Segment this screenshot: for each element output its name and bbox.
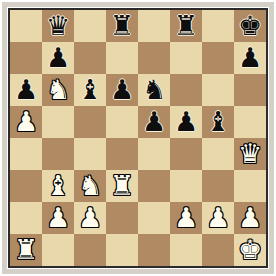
- black-bishop-g5[interactable]: ♝: [202, 106, 234, 138]
- square-e1[interactable]: [138, 234, 170, 266]
- square-c7[interactable]: [74, 42, 106, 74]
- square-b4[interactable]: [42, 138, 74, 170]
- black-rook-d8[interactable]: ♜: [106, 10, 138, 42]
- square-a7[interactable]: [10, 42, 42, 74]
- square-b2[interactable]: ♟: [42, 202, 74, 234]
- white-queen-h4[interactable]: ♛: [234, 138, 266, 170]
- white-pawn-g2[interactable]: ♟: [202, 202, 234, 234]
- square-f5[interactable]: ♟: [170, 106, 202, 138]
- square-a8[interactable]: [10, 10, 42, 42]
- square-d2[interactable]: [106, 202, 138, 234]
- square-g7[interactable]: [202, 42, 234, 74]
- square-g6[interactable]: [202, 74, 234, 106]
- square-f2[interactable]: ♟: [170, 202, 202, 234]
- square-c3[interactable]: ♞: [74, 170, 106, 202]
- square-h7[interactable]: ♟: [234, 42, 266, 74]
- white-pawn-f2[interactable]: ♟: [170, 202, 202, 234]
- white-bishop-b3[interactable]: ♝: [42, 170, 74, 202]
- square-a2[interactable]: [10, 202, 42, 234]
- square-g4[interactable]: [202, 138, 234, 170]
- square-e4[interactable]: [138, 138, 170, 170]
- black-king-h8[interactable]: ♚: [234, 10, 266, 42]
- square-d7[interactable]: [106, 42, 138, 74]
- square-b6[interactable]: ♞: [42, 74, 74, 106]
- square-b1[interactable]: [42, 234, 74, 266]
- square-f8[interactable]: ♜: [170, 10, 202, 42]
- black-knight-e6[interactable]: ♞: [138, 74, 170, 106]
- white-king-h1[interactable]: ♚: [234, 234, 266, 266]
- black-queen-b8[interactable]: ♛: [42, 10, 74, 42]
- square-f7[interactable]: [170, 42, 202, 74]
- square-d5[interactable]: [106, 106, 138, 138]
- chessboard-window: ♛♜♜♚♟♟♟♞♝♟♞♟♟♟♝♛♝♞♜♟♟♟♟♟♜♚: [0, 0, 276, 276]
- board-frame: ♛♜♜♚♟♟♟♞♝♟♞♟♟♟♝♛♝♞♜♟♟♟♟♟♜♚: [10, 10, 266, 266]
- chess-board: ♛♜♜♚♟♟♟♞♝♟♞♟♟♟♝♛♝♞♜♟♟♟♟♟♜♚: [10, 10, 266, 266]
- white-knight-c3[interactable]: ♞: [74, 170, 106, 202]
- square-e6[interactable]: ♞: [138, 74, 170, 106]
- square-e5[interactable]: ♟: [138, 106, 170, 138]
- square-d8[interactable]: ♜: [106, 10, 138, 42]
- black-pawn-h7[interactable]: ♟: [234, 42, 266, 74]
- white-rook-a1[interactable]: ♜: [10, 234, 42, 266]
- square-e3[interactable]: [138, 170, 170, 202]
- square-e8[interactable]: [138, 10, 170, 42]
- black-bishop-c6[interactable]: ♝: [74, 74, 106, 106]
- square-h3[interactable]: [234, 170, 266, 202]
- square-f1[interactable]: [170, 234, 202, 266]
- square-d1[interactable]: [106, 234, 138, 266]
- square-g1[interactable]: [202, 234, 234, 266]
- square-b5[interactable]: [42, 106, 74, 138]
- white-pawn-a5[interactable]: ♟: [10, 106, 42, 138]
- black-pawn-b7[interactable]: ♟: [42, 42, 74, 74]
- square-g3[interactable]: [202, 170, 234, 202]
- white-pawn-c2[interactable]: ♟: [74, 202, 106, 234]
- white-rook-d3[interactable]: ♜: [106, 170, 138, 202]
- square-d4[interactable]: [106, 138, 138, 170]
- square-c4[interactable]: [74, 138, 106, 170]
- square-a5[interactable]: ♟: [10, 106, 42, 138]
- square-g8[interactable]: [202, 10, 234, 42]
- square-d6[interactable]: ♟: [106, 74, 138, 106]
- square-f3[interactable]: [170, 170, 202, 202]
- square-b3[interactable]: ♝: [42, 170, 74, 202]
- square-c5[interactable]: [74, 106, 106, 138]
- square-c8[interactable]: [74, 10, 106, 42]
- black-pawn-f5[interactable]: ♟: [170, 106, 202, 138]
- square-c1[interactable]: [74, 234, 106, 266]
- square-e7[interactable]: [138, 42, 170, 74]
- square-h1[interactable]: ♚: [234, 234, 266, 266]
- square-a3[interactable]: [10, 170, 42, 202]
- square-d3[interactable]: ♜: [106, 170, 138, 202]
- square-g2[interactable]: ♟: [202, 202, 234, 234]
- square-c2[interactable]: ♟: [74, 202, 106, 234]
- square-g5[interactable]: ♝: [202, 106, 234, 138]
- square-a1[interactable]: ♜: [10, 234, 42, 266]
- black-rook-f8[interactable]: ♜: [170, 10, 202, 42]
- square-h4[interactable]: ♛: [234, 138, 266, 170]
- square-b7[interactable]: ♟: [42, 42, 74, 74]
- square-h2[interactable]: ♟: [234, 202, 266, 234]
- square-f4[interactable]: [170, 138, 202, 170]
- square-b8[interactable]: ♛: [42, 10, 74, 42]
- square-c6[interactable]: ♝: [74, 74, 106, 106]
- square-a4[interactable]: [10, 138, 42, 170]
- square-e2[interactable]: [138, 202, 170, 234]
- black-pawn-a6[interactable]: ♟: [10, 74, 42, 106]
- black-pawn-d6[interactable]: ♟: [106, 74, 138, 106]
- white-knight-b6[interactable]: ♞: [42, 74, 74, 106]
- black-pawn-e5[interactable]: ♟: [138, 106, 170, 138]
- white-pawn-b2[interactable]: ♟: [42, 202, 74, 234]
- square-a6[interactable]: ♟: [10, 74, 42, 106]
- square-f6[interactable]: [170, 74, 202, 106]
- square-h5[interactable]: [234, 106, 266, 138]
- white-pawn-h2[interactable]: ♟: [234, 202, 266, 234]
- square-h6[interactable]: [234, 74, 266, 106]
- square-h8[interactable]: ♚: [234, 10, 266, 42]
